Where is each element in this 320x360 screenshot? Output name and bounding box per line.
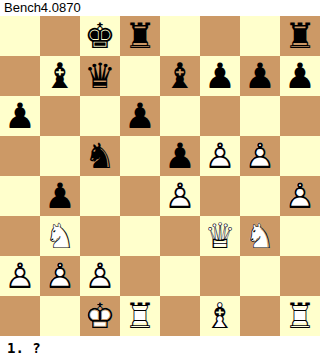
piece-black-pawn: ♟ xyxy=(200,56,240,96)
square-h1[interactable]: ♜♖ xyxy=(280,296,320,336)
square-g3[interactable]: ♞♘ xyxy=(240,216,280,256)
chess-app-window: Bench4.0870 ♚♜♜♝♛♝♟♟♟♟♟♞♟♟♙♟♙♟♟♙♟♙♞♘♛♕♞♘… xyxy=(0,0,320,360)
square-h6[interactable] xyxy=(280,96,320,136)
square-a6[interactable]: ♟ xyxy=(0,96,40,136)
move-prompt: 1. ? xyxy=(7,340,41,356)
square-d6[interactable]: ♟ xyxy=(120,96,160,136)
square-g8[interactable] xyxy=(240,16,280,56)
piece-black-pawn: ♟ xyxy=(40,176,80,216)
piece-white-pawn: ♟♙ xyxy=(80,256,120,296)
piece-black-rook: ♜ xyxy=(120,16,160,56)
square-c1[interactable]: ♚♔ xyxy=(80,296,120,336)
square-e6[interactable] xyxy=(160,96,200,136)
piece-black-pawn: ♟ xyxy=(160,136,200,176)
square-f4[interactable] xyxy=(200,176,240,216)
square-c2[interactable]: ♟♙ xyxy=(80,256,120,296)
square-e3[interactable] xyxy=(160,216,200,256)
square-g6[interactable] xyxy=(240,96,280,136)
square-d3[interactable] xyxy=(120,216,160,256)
piece-white-bishop: ♝♗ xyxy=(200,296,240,336)
square-a5[interactable] xyxy=(0,136,40,176)
piece-white-pawn: ♟♙ xyxy=(240,136,280,176)
square-h8[interactable]: ♜ xyxy=(280,16,320,56)
square-c3[interactable] xyxy=(80,216,120,256)
piece-black-knight: ♞ xyxy=(80,136,120,176)
square-d7[interactable] xyxy=(120,56,160,96)
square-e5[interactable]: ♟ xyxy=(160,136,200,176)
position-title: Bench4.0870 xyxy=(4,0,81,16)
piece-white-knight: ♞♘ xyxy=(240,216,280,256)
square-b3[interactable]: ♞♘ xyxy=(40,216,80,256)
square-f7[interactable]: ♟ xyxy=(200,56,240,96)
piece-black-pawn: ♟ xyxy=(240,56,280,96)
piece-white-rook: ♜♖ xyxy=(280,296,320,336)
square-c5[interactable]: ♞ xyxy=(80,136,120,176)
square-h2[interactable] xyxy=(280,256,320,296)
square-e2[interactable] xyxy=(160,256,200,296)
piece-black-queen: ♛ xyxy=(80,56,120,96)
board: ♚♜♜♝♛♝♟♟♟♟♟♞♟♟♙♟♙♟♟♙♟♙♞♘♛♕♞♘♟♙♟♙♟♙♚♔♜♖♝♗… xyxy=(0,16,320,336)
square-g2[interactable] xyxy=(240,256,280,296)
square-g5[interactable]: ♟♙ xyxy=(240,136,280,176)
square-b6[interactable] xyxy=(40,96,80,136)
square-h7[interactable]: ♟ xyxy=(280,56,320,96)
square-d4[interactable] xyxy=(120,176,160,216)
square-b4[interactable]: ♟ xyxy=(40,176,80,216)
piece-white-queen: ♛♕ xyxy=(200,216,240,256)
square-d8[interactable]: ♜ xyxy=(120,16,160,56)
square-d5[interactable] xyxy=(120,136,160,176)
square-h3[interactable] xyxy=(280,216,320,256)
square-e4[interactable]: ♟♙ xyxy=(160,176,200,216)
piece-white-king: ♚♔ xyxy=(80,296,120,336)
piece-black-king: ♚ xyxy=(80,16,120,56)
square-b2[interactable]: ♟♙ xyxy=(40,256,80,296)
square-c4[interactable] xyxy=(80,176,120,216)
piece-black-pawn: ♟ xyxy=(280,56,320,96)
square-g4[interactable] xyxy=(240,176,280,216)
titlebar: Bench4.0870 xyxy=(0,0,320,16)
piece-white-knight: ♞♘ xyxy=(40,216,80,256)
square-e7[interactable]: ♝ xyxy=(160,56,200,96)
square-c7[interactable]: ♛ xyxy=(80,56,120,96)
square-f1[interactable]: ♝♗ xyxy=(200,296,240,336)
piece-white-pawn: ♟♙ xyxy=(280,176,320,216)
square-a1[interactable] xyxy=(0,296,40,336)
square-d2[interactable] xyxy=(120,256,160,296)
piece-black-pawn: ♟ xyxy=(0,96,40,136)
square-a7[interactable] xyxy=(0,56,40,96)
square-c8[interactable]: ♚ xyxy=(80,16,120,56)
square-g1[interactable] xyxy=(240,296,280,336)
piece-black-pawn: ♟ xyxy=(120,96,160,136)
square-d1[interactable]: ♜♖ xyxy=(120,296,160,336)
square-c6[interactable] xyxy=(80,96,120,136)
square-f5[interactable]: ♟♙ xyxy=(200,136,240,176)
square-b8[interactable] xyxy=(40,16,80,56)
square-h5[interactable] xyxy=(280,136,320,176)
square-f2[interactable] xyxy=(200,256,240,296)
square-f6[interactable] xyxy=(200,96,240,136)
square-h4[interactable]: ♟♙ xyxy=(280,176,320,216)
square-a4[interactable] xyxy=(0,176,40,216)
piece-white-pawn: ♟♙ xyxy=(160,176,200,216)
square-e1[interactable] xyxy=(160,296,200,336)
square-a2[interactable]: ♟♙ xyxy=(0,256,40,296)
piece-white-pawn: ♟♙ xyxy=(0,256,40,296)
statusbar: 1. ? xyxy=(0,336,320,360)
piece-white-pawn: ♟♙ xyxy=(40,256,80,296)
square-e8[interactable] xyxy=(160,16,200,56)
piece-black-bishop: ♝ xyxy=(40,56,80,96)
piece-white-pawn: ♟♙ xyxy=(200,136,240,176)
square-b1[interactable] xyxy=(40,296,80,336)
piece-black-bishop: ♝ xyxy=(160,56,200,96)
square-a3[interactable] xyxy=(0,216,40,256)
square-g7[interactable]: ♟ xyxy=(240,56,280,96)
square-b5[interactable] xyxy=(40,136,80,176)
square-a8[interactable] xyxy=(0,16,40,56)
piece-black-rook: ♜ xyxy=(280,16,320,56)
piece-white-rook: ♜♖ xyxy=(120,296,160,336)
square-f8[interactable] xyxy=(200,16,240,56)
square-b7[interactable]: ♝ xyxy=(40,56,80,96)
square-f3[interactable]: ♛♕ xyxy=(200,216,240,256)
